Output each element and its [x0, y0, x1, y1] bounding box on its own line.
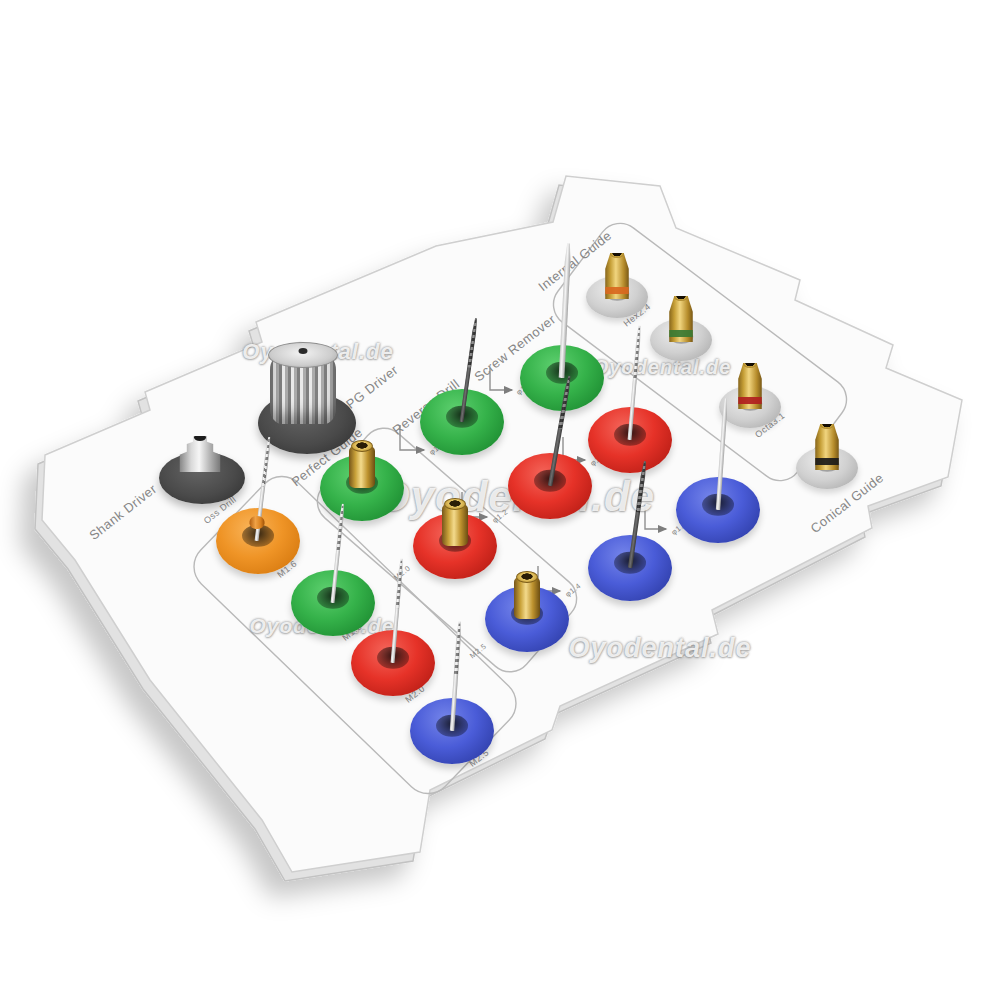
pg-driver-knob [270, 354, 336, 424]
drill-m16-collar [250, 516, 265, 529]
product-photo: Oyodental.de Oyodental.de Oyodental.de O… [0, 0, 1000, 1000]
gold-sleeve-m20 [442, 504, 468, 546]
gold-sleeve-m25 [514, 577, 540, 619]
gold-sleeve-perfect-guide [349, 446, 375, 488]
